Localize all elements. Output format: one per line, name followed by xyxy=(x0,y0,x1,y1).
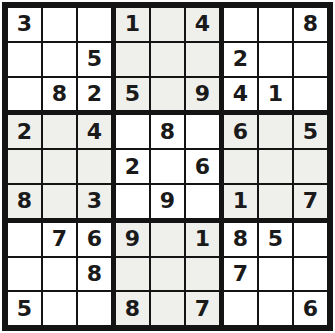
cell-r8c2[interactable] xyxy=(43,258,76,291)
cell-r6c3[interactable]: 3 xyxy=(78,185,111,218)
cell-r8c4[interactable] xyxy=(116,258,149,291)
cell-r7c1[interactable] xyxy=(8,223,41,256)
cell-r2c7[interactable]: 2 xyxy=(224,43,257,76)
cell-r5c6[interactable]: 6 xyxy=(186,150,219,183)
cell-r8c3[interactable]: 8 xyxy=(78,258,111,291)
cell-r1c5[interactable] xyxy=(151,8,184,41)
cell-r6c8[interactable] xyxy=(259,185,292,218)
cell-r9c5[interactable] xyxy=(151,292,184,325)
cell-r4c9[interactable]: 5 xyxy=(294,115,327,148)
cell-r2c6[interactable] xyxy=(186,43,219,76)
cell-r9c4[interactable]: 8 xyxy=(116,292,149,325)
cell-r4c7[interactable]: 6 xyxy=(224,115,257,148)
cell-r2c2[interactable] xyxy=(43,43,76,76)
cell-r7c2[interactable]: 7 xyxy=(43,223,76,256)
box-r2c2: 8576 xyxy=(224,223,327,325)
cell-r6c6[interactable] xyxy=(186,185,219,218)
box-r2c0: 7685 xyxy=(8,223,111,325)
cell-r8c5[interactable] xyxy=(151,258,184,291)
cell-r2c5[interactable] xyxy=(151,43,184,76)
cell-r7c3[interactable]: 6 xyxy=(78,223,111,256)
cell-r2c3[interactable]: 5 xyxy=(78,43,111,76)
cell-r8c1[interactable] xyxy=(8,258,41,291)
cell-r4c5[interactable]: 8 xyxy=(151,115,184,148)
cell-r1c8[interactable] xyxy=(259,8,292,41)
cell-r1c6[interactable]: 4 xyxy=(186,8,219,41)
cell-r9c8[interactable] xyxy=(259,292,292,325)
cell-r9c2[interactable] xyxy=(43,292,76,325)
cell-r5c9[interactable] xyxy=(294,150,327,183)
cell-r1c3[interactable] xyxy=(78,8,111,41)
cell-r2c8[interactable] xyxy=(259,43,292,76)
cell-r6c9[interactable]: 7 xyxy=(294,185,327,218)
cell-r5c7[interactable] xyxy=(224,150,257,183)
box-r0c1: 1459 xyxy=(116,8,219,110)
page: 358214598241248382696517768591878576 xyxy=(0,0,335,333)
cell-r6c7[interactable]: 1 xyxy=(224,185,257,218)
cell-r8c7[interactable]: 7 xyxy=(224,258,257,291)
cell-r1c1[interactable]: 3 xyxy=(8,8,41,41)
cell-r9c9[interactable]: 6 xyxy=(294,292,327,325)
cell-r3c7[interactable]: 4 xyxy=(224,78,257,111)
cell-r4c4[interactable] xyxy=(116,115,149,148)
cell-r8c6[interactable] xyxy=(186,258,219,291)
cell-r7c7[interactable]: 8 xyxy=(224,223,257,256)
cell-r5c1[interactable] xyxy=(8,150,41,183)
cell-r3c4[interactable]: 5 xyxy=(116,78,149,111)
cell-r9c3[interactable] xyxy=(78,292,111,325)
cell-r4c1[interactable]: 2 xyxy=(8,115,41,148)
cell-r5c3[interactable] xyxy=(78,150,111,183)
cell-r9c7[interactable] xyxy=(224,292,257,325)
cell-r2c1[interactable] xyxy=(8,43,41,76)
cell-r3c3[interactable]: 2 xyxy=(78,78,111,111)
cell-r9c6[interactable]: 7 xyxy=(186,292,219,325)
cell-r3c2[interactable]: 8 xyxy=(43,78,76,111)
cell-r7c5[interactable] xyxy=(151,223,184,256)
cell-r6c4[interactable] xyxy=(116,185,149,218)
cell-r5c5[interactable] xyxy=(151,150,184,183)
cell-r3c8[interactable]: 1 xyxy=(259,78,292,111)
cell-r2c9[interactable] xyxy=(294,43,327,76)
cell-r3c5[interactable] xyxy=(151,78,184,111)
box-r0c2: 8241 xyxy=(224,8,327,110)
box-r1c2: 6517 xyxy=(224,115,327,217)
cell-r4c3[interactable]: 4 xyxy=(78,115,111,148)
cell-r1c2[interactable] xyxy=(43,8,76,41)
cell-r4c6[interactable] xyxy=(186,115,219,148)
cell-r7c9[interactable] xyxy=(294,223,327,256)
sudoku-board: 358214598241248382696517768591878576 xyxy=(2,2,333,331)
cell-r6c2[interactable] xyxy=(43,185,76,218)
cell-r8c9[interactable] xyxy=(294,258,327,291)
cell-r4c8[interactable] xyxy=(259,115,292,148)
box-r0c0: 3582 xyxy=(8,8,111,110)
cell-r5c8[interactable] xyxy=(259,150,292,183)
cell-r1c4[interactable]: 1 xyxy=(116,8,149,41)
cell-r6c1[interactable]: 8 xyxy=(8,185,41,218)
cell-r2c4[interactable] xyxy=(116,43,149,76)
cell-r3c1[interactable] xyxy=(8,78,41,111)
box-r2c1: 9187 xyxy=(116,223,219,325)
cell-r6c5[interactable]: 9 xyxy=(151,185,184,218)
cell-r9c1[interactable]: 5 xyxy=(8,292,41,325)
cell-r3c6[interactable]: 9 xyxy=(186,78,219,111)
cell-r7c4[interactable]: 9 xyxy=(116,223,149,256)
cell-r1c7[interactable] xyxy=(224,8,257,41)
box-r1c1: 8269 xyxy=(116,115,219,217)
box-r1c0: 2483 xyxy=(8,115,111,217)
cell-r3c9[interactable] xyxy=(294,78,327,111)
cell-r7c6[interactable]: 1 xyxy=(186,223,219,256)
cell-r8c8[interactable] xyxy=(259,258,292,291)
cell-r7c8[interactable]: 5 xyxy=(259,223,292,256)
cell-r4c2[interactable] xyxy=(43,115,76,148)
cell-r5c2[interactable] xyxy=(43,150,76,183)
cell-r1c9[interactable]: 8 xyxy=(294,8,327,41)
cell-r5c4[interactable]: 2 xyxy=(116,150,149,183)
